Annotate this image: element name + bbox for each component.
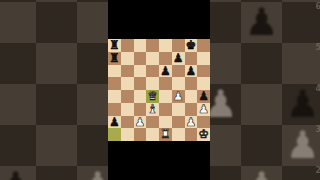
background-rank-label: 5 — [315, 44, 320, 52]
square-h8[interactable] — [197, 39, 210, 52]
square-g7[interactable] — [185, 52, 198, 65]
square-g8[interactable]: ♚ — [185, 39, 198, 52]
square-c1[interactable] — [134, 128, 147, 141]
background-piece-bP-a2: ♟ — [0, 166, 36, 180]
square-d2[interactable] — [146, 116, 159, 129]
square-a4[interactable] — [108, 90, 121, 103]
piece-wP-h3[interactable]: ♟ — [197, 103, 210, 116]
square-c6[interactable] — [134, 65, 147, 78]
piece-bP-e6[interactable]: ♟ — [159, 65, 172, 78]
background-square-h3: ♟3 — [282, 125, 320, 166]
piece-wR-e1[interactable]: ♜ — [159, 128, 172, 141]
square-h3[interactable]: ♟ — [197, 103, 210, 116]
square-d4[interactable]: ♛ — [146, 90, 159, 103]
chess-board[interactable]: ♜♚♜♟♟♟♛♟♟♝♟♟♟♟♜♚ — [108, 39, 210, 141]
square-d7[interactable] — [146, 52, 159, 65]
square-d3[interactable]: ♝ — [146, 103, 159, 116]
piece-bP-h4[interactable]: ♟ — [197, 90, 210, 103]
square-b5[interactable] — [121, 77, 134, 90]
background-piece-bP-h4: ♟ — [282, 84, 320, 125]
square-a7[interactable]: ♜ — [108, 52, 121, 65]
piece-bR-a8[interactable]: ♜ — [108, 39, 121, 52]
square-b4[interactable] — [121, 90, 134, 103]
background-square-b5 — [36, 43, 77, 84]
square-a1[interactable] — [108, 128, 121, 141]
piece-wP-f4[interactable]: ♟ — [172, 90, 185, 103]
square-f3[interactable] — [172, 103, 185, 116]
piece-wB-d3[interactable]: ♝ — [146, 103, 159, 116]
background-square-g5 — [241, 43, 282, 84]
square-f2[interactable] — [172, 116, 185, 129]
square-g3[interactable] — [185, 103, 198, 116]
background-square-b6 — [36, 2, 77, 43]
background-rank-label: 6 — [315, 3, 320, 11]
square-a6[interactable] — [108, 65, 121, 78]
background-square-g6: ♟ — [241, 2, 282, 43]
background-square-h5: 5 — [282, 43, 320, 84]
piece-bP-f7[interactable]: ♟ — [172, 52, 185, 65]
square-e3[interactable] — [159, 103, 172, 116]
background-square-a6 — [0, 2, 36, 43]
background-rank-label: 2 — [315, 167, 320, 175]
square-b3[interactable] — [121, 103, 134, 116]
square-g2[interactable]: ♟ — [185, 116, 198, 129]
square-c3[interactable] — [134, 103, 147, 116]
square-a2[interactable]: ♟ — [108, 116, 121, 129]
background-square-h2: 2 — [282, 166, 320, 180]
square-b6[interactable] — [121, 65, 134, 78]
square-f7[interactable]: ♟ — [172, 52, 185, 65]
square-e5[interactable] — [159, 77, 172, 90]
background-square-a2: ♟ — [0, 166, 36, 180]
square-c5[interactable] — [134, 77, 147, 90]
square-d1[interactable] — [146, 128, 159, 141]
square-h7[interactable] — [197, 52, 210, 65]
square-b7[interactable] — [121, 52, 134, 65]
square-a5[interactable] — [108, 77, 121, 90]
square-e8[interactable] — [159, 39, 172, 52]
square-g6[interactable]: ♟ — [185, 65, 198, 78]
square-g1[interactable] — [185, 128, 198, 141]
square-a8[interactable]: ♜ — [108, 39, 121, 52]
background-square-a3 — [0, 125, 36, 166]
square-b8[interactable] — [121, 39, 134, 52]
square-b2[interactable] — [121, 116, 134, 129]
square-h4[interactable]: ♟ — [197, 90, 210, 103]
background-square-b4 — [36, 84, 77, 125]
square-g5[interactable] — [185, 77, 198, 90]
square-e4[interactable] — [159, 90, 172, 103]
square-h6[interactable] — [197, 65, 210, 78]
background-square-a4 — [0, 84, 36, 125]
square-e6[interactable]: ♟ — [159, 65, 172, 78]
square-f4[interactable]: ♟ — [172, 90, 185, 103]
piece-bK-g8[interactable]: ♚ — [185, 39, 198, 52]
square-d6[interactable] — [146, 65, 159, 78]
square-d8[interactable] — [146, 39, 159, 52]
square-c4[interactable] — [134, 90, 147, 103]
background-square-a5 — [0, 43, 36, 84]
square-b1[interactable] — [121, 128, 134, 141]
background-square-h6: 6 — [282, 2, 320, 43]
piece-bP-g6[interactable]: ♟ — [185, 65, 198, 78]
video-frame: ♜♟7♟♟65♛♟♟4♝♟3♟♟♟2 ♜♚♜♟♟♟♛♟♟♝♟♟♟♟♜♚ — [0, 0, 320, 180]
piece-bP-a2[interactable]: ♟ — [108, 116, 121, 129]
background-piece-wP-g2: ♟ — [241, 166, 282, 180]
background-rank-label: 3 — [315, 126, 320, 134]
piece-bR-a7[interactable]: ♜ — [108, 52, 121, 65]
background-piece-bP-g6: ♟ — [241, 2, 282, 43]
background-square-h4: ♟4 — [282, 84, 320, 125]
background-square-b2 — [36, 166, 77, 180]
piece-wP-c2[interactable]: ♟ — [134, 116, 147, 129]
background-square-g3 — [241, 125, 282, 166]
square-f1[interactable] — [172, 128, 185, 141]
piece-wQ-d4[interactable]: ♛ — [146, 90, 159, 103]
background-piece-wP-h3: ♟ — [282, 125, 320, 166]
square-c2[interactable]: ♟ — [134, 116, 147, 129]
square-f8[interactable] — [172, 39, 185, 52]
background-square-g4 — [241, 84, 282, 125]
piece-wK-h1[interactable]: ♚ — [197, 128, 210, 141]
square-f6[interactable] — [172, 65, 185, 78]
square-e7[interactable] — [159, 52, 172, 65]
background-square-g2: ♟ — [241, 166, 282, 180]
square-c8[interactable] — [134, 39, 147, 52]
background-rank-label: 4 — [315, 85, 320, 93]
piece-wP-g2[interactable]: ♟ — [185, 116, 198, 129]
square-a3[interactable] — [108, 103, 121, 116]
square-h1[interactable]: ♚ — [197, 128, 210, 141]
square-c7[interactable] — [134, 52, 147, 65]
square-e1[interactable]: ♜ — [159, 128, 172, 141]
square-g4[interactable] — [185, 90, 198, 103]
background-square-b3 — [36, 125, 77, 166]
